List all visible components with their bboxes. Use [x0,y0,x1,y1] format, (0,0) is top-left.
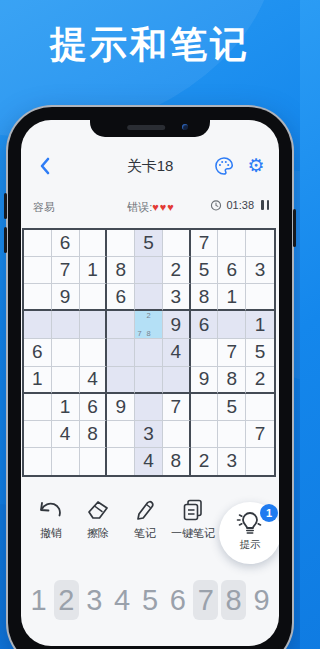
sudoku-cell-r7c5[interactable] [135,394,163,421]
cell-digit: 5 [143,232,154,254]
status-row: 容易 错误:♥♥♥ 01:38 [32,198,270,214]
cell-digit: 7 [60,259,71,281]
cell-digit: 9 [115,396,126,418]
sudoku-cell-r5c3[interactable] [80,339,108,366]
mistakes-label: 错误: [127,201,152,213]
cell-digit: 8 [87,423,98,445]
settings-button[interactable]: ⚙ [245,155,267,177]
erase-label: 擦除 [74,526,122,541]
volume-up-button [4,193,7,219]
volume-down-button [4,227,7,253]
sudoku-cell-r8c8[interactable] [218,421,246,448]
sudoku-cell-r8c2[interactable]: 4 [52,421,80,448]
cell-digit: 4 [143,450,154,472]
phone-mockup: 关卡18 ⚙ 容易 错误:♥♥♥ 01:38 [8,107,292,649]
notes-label: 笔记 [121,526,169,541]
numpad-key-5[interactable]: 5 [138,580,163,620]
eraser-icon [85,498,111,522]
phone-notch [90,120,210,137]
cell-digit: 8 [170,450,181,472]
cell-digit: 5 [255,341,266,363]
sudoku-cell-r2c7[interactable]: 5 [191,257,219,284]
note-8: 8 [144,329,153,338]
power-button [293,209,296,247]
sudoku-cell-r6c1[interactable]: 1 [24,367,52,394]
sudoku-cell-r4c2[interactable] [52,311,80,339]
hint-badge: 1 [260,504,278,522]
sudoku-cell-r4c5[interactable]: 278 [135,311,163,339]
sudoku-cell-r1c2[interactable]: 6 [52,230,80,257]
sudoku-cell-r8c5[interactable]: 3 [135,421,163,448]
notes-button[interactable]: 笔记 [121,498,169,541]
pause-button[interactable] [258,199,270,211]
sudoku-cell-r7c2[interactable]: 1 [52,394,80,421]
sudoku-cell-r7c3[interactable]: 6 [80,394,108,421]
sudoku-cell-r5c6[interactable]: 4 [163,339,191,366]
cell-digit: 1 [227,286,238,308]
numpad-key-7[interactable]: 7 [193,580,218,620]
lives-hearts: ♥♥♥ [152,201,175,213]
sudoku-cell-r2c6[interactable]: 2 [163,257,191,284]
sudoku-cell-r2c4[interactable]: 8 [107,257,135,284]
pause-icon [261,200,264,210]
cell-digit: 3 [255,259,266,281]
cell-digit: 5 [199,259,210,281]
sudoku-cell-r5c8[interactable]: 7 [218,339,246,366]
sudoku-cell-r3c5[interactable] [135,284,163,311]
cell-digit: 1 [87,259,98,281]
sudoku-cell-r5c1[interactable]: 6 [24,339,52,366]
sudoku-cell-r4c1[interactable] [24,311,52,339]
sudoku-cell-r7c1[interactable] [24,394,52,421]
sudoku-cell-r4c3[interactable] [80,311,108,339]
sudoku-cell-r7c9[interactable] [246,394,274,421]
sudoku-cell-r4c4[interactable] [107,311,135,339]
sudoku-cell-r1c8[interactable] [218,230,246,257]
sudoku-cell-r6c4[interactable] [107,367,135,394]
numpad-key-4[interactable]: 4 [110,580,135,620]
sudoku-cell-r3c9[interactable] [246,284,274,311]
pencil-notes: 278 [135,311,162,338]
sudoku-cell-r6c6[interactable] [163,367,191,394]
sudoku-cell-r4c7[interactable]: 6 [191,311,219,339]
number-pad: 123456789 [26,578,274,622]
sudoku-cell-r5c2[interactable] [52,339,80,366]
sudoku-cell-r3c2[interactable]: 9 [52,284,80,311]
auto-notes-button[interactable]: 一键笔记 [169,498,217,541]
sudoku-cell-r9c7[interactable]: 2 [191,448,219,475]
sudoku-cell-r3c6[interactable]: 3 [163,284,191,311]
sudoku-cell-r2c5[interactable] [135,257,163,284]
sudoku-cell-r2c9[interactable]: 3 [246,257,274,284]
numpad-key-9[interactable]: 9 [249,580,274,620]
toolbar: 撤销 擦除 笔记 [21,498,279,562]
sudoku-cell-r7c6[interactable]: 7 [163,394,191,421]
sudoku-cell-r5c4[interactable] [107,339,135,366]
sudoku-cell-r2c1[interactable] [24,257,52,284]
cell-digit: 9 [170,314,181,336]
sudoku-cell-r6c3[interactable]: 4 [80,367,108,394]
cell-digit: 3 [227,450,238,472]
cell-digit: 2 [255,368,266,390]
sudoku-cell-r6c7[interactable]: 9 [191,367,219,394]
cell-digit: 3 [143,423,154,445]
sudoku-board: 6577182563963812789616475149821697548374… [22,228,276,477]
hint-label: 提示 [219,538,279,552]
timer-value: 01:38 [226,199,254,211]
sudoku-cell-r1c5[interactable]: 5 [135,230,163,257]
cell-digit: 8 [227,368,238,390]
cell-digit: 4 [60,423,71,445]
sudoku-cell-r8c7[interactable] [191,421,219,448]
erase-button[interactable]: 擦除 [74,498,122,541]
timer: 01:38 [210,199,270,211]
sudoku-cell-r2c8[interactable]: 6 [218,257,246,284]
sudoku-cell-r4c6[interactable]: 9 [163,311,191,339]
numpad-key-2[interactable]: 2 [54,580,79,620]
auto-notes-label: 一键笔记 [169,526,217,541]
cell-digit: 1 [32,368,43,390]
sudoku-cell-r1c1[interactable] [24,230,52,257]
note-2: 2 [144,311,153,320]
sudoku-cell-r4c9[interactable]: 1 [246,311,274,339]
cell-digit: 4 [87,368,98,390]
cell-digit: 7 [227,341,238,363]
numpad-key-6[interactable]: 6 [165,580,190,620]
sudoku-cell-r9c1[interactable] [24,448,52,475]
banner-title: 提示和笔记 [0,20,300,70]
cell-digit: 6 [115,286,126,308]
cell-digit: 5 [227,396,238,418]
speaker [127,125,165,130]
sudoku-cell-r3c3[interactable] [80,284,108,311]
numpad-key-1[interactable]: 1 [26,580,51,620]
sudoku-cell-r9c5[interactable]: 4 [135,448,163,475]
sudoku-cell-r9c3[interactable] [80,448,108,475]
cell-digit: 6 [227,259,238,281]
sudoku-cell-r9c4[interactable] [107,448,135,475]
sudoku-cell-r7c4[interactable]: 9 [107,394,135,421]
gear-icon: ⚙ [247,155,264,176]
cell-digit: 7 [170,396,181,418]
cell-digit: 4 [170,341,181,363]
sudoku-cell-r3c4[interactable]: 6 [107,284,135,311]
undo-button[interactable]: 撤销 [27,498,75,541]
sudoku-cell-r9c2[interactable] [52,448,80,475]
undo-label: 撤销 [27,526,75,541]
cell-digit: 6 [32,341,43,363]
undo-arrow-icon [38,498,64,522]
cell-digit: 8 [115,259,126,281]
cell-digit: 6 [199,314,210,336]
pencil-icon [132,498,158,522]
front-camera [182,124,188,130]
sudoku-cell-r8c9[interactable]: 7 [246,421,274,448]
sudoku-cell-r2c3[interactable]: 1 [80,257,108,284]
level-title: 关卡18 [21,157,279,176]
sudoku-cell-r7c7[interactable] [191,394,219,421]
phone-screen: 关卡18 ⚙ 容易 错误:♥♥♥ 01:38 [21,120,279,646]
sudoku-cell-r8c6[interactable] [163,421,191,448]
sudoku-cell-r4c8[interactable] [218,311,246,339]
sudoku-cell-r5c5[interactable] [135,339,163,366]
cell-digit: 3 [170,286,181,308]
sudoku-cell-r1c6[interactable] [163,230,191,257]
sudoku-cell-r1c7[interactable]: 7 [191,230,219,257]
sudoku-cell-r1c3[interactable] [80,230,108,257]
cell-digit: 7 [199,232,210,254]
sudoku-cell-r5c7[interactable] [191,339,219,366]
numpad-key-3[interactable]: 3 [82,580,107,620]
cell-digit: 9 [60,286,71,308]
sudoku-cell-r8c3[interactable]: 8 [80,421,108,448]
sudoku-cell-r8c1[interactable] [24,421,52,448]
cell-digit: 2 [170,259,181,281]
cell-digit: 1 [255,314,266,336]
cell-digit: 6 [60,232,71,254]
sudoku-cell-r9c9[interactable] [246,448,274,475]
cell-digit: 2 [199,450,210,472]
sudoku-cell-r9c8[interactable]: 3 [218,448,246,475]
auto-notes-icon [180,498,206,522]
sudoku-cell-r2c2[interactable]: 7 [52,257,80,284]
theme-button[interactable] [213,155,235,177]
sudoku-cell-r6c9[interactable]: 2 [246,367,274,394]
numpad-key-8[interactable]: 8 [221,580,246,620]
sudoku-cell-r6c8[interactable]: 8 [218,367,246,394]
sudoku-cell-r3c1[interactable] [24,284,52,311]
note-7: 7 [135,329,144,338]
clock-icon [210,199,222,211]
sudoku-cell-r7c8[interactable]: 5 [218,394,246,421]
sudoku-cell-r9c6[interactable]: 8 [163,448,191,475]
cell-digit: 9 [199,368,210,390]
hint-button[interactable]: 提示 1 [219,502,279,564]
app-header: 关卡18 ⚙ [21,154,279,180]
sudoku-cell-r6c2[interactable] [52,367,80,394]
sudoku-cell-r8c4[interactable] [107,421,135,448]
sudoku-cell-r1c9[interactable] [246,230,274,257]
cell-digit: 6 [87,396,98,418]
sudoku-cell-r5c9[interactable]: 5 [246,339,274,366]
cell-digit: 1 [60,396,71,418]
cell-digit: 7 [255,423,266,445]
sudoku-cell-r3c7[interactable]: 8 [191,284,219,311]
sudoku-cell-r3c8[interactable]: 1 [218,284,246,311]
cell-digit: 8 [199,286,210,308]
sudoku-cell-r6c5[interactable] [135,367,163,394]
palette-icon [213,155,235,177]
sudoku-cell-r1c4[interactable] [107,230,135,257]
